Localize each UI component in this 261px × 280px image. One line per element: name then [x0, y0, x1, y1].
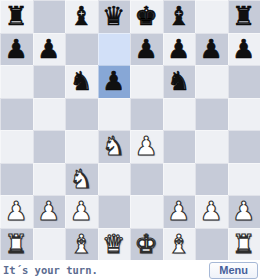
turn-status-text: It´s your turn. — [3, 264, 98, 276]
black-pawn: ♟ — [200, 33, 223, 65]
square-c6[interactable]: ♞ — [65, 65, 98, 98]
square-e3[interactable] — [130, 163, 163, 196]
square-c7[interactable] — [65, 33, 98, 66]
black-bishop: ♝ — [167, 0, 190, 32]
square-g6[interactable] — [195, 65, 228, 98]
black-pawn: ♟ — [5, 33, 28, 65]
square-h7[interactable]: ♟ — [228, 33, 261, 66]
square-f2[interactable]: ♟ — [163, 195, 196, 228]
square-g7[interactable]: ♟ — [195, 33, 228, 66]
square-c5[interactable] — [65, 98, 98, 131]
square-b5[interactable] — [33, 98, 66, 131]
black-pawn: ♟ — [102, 65, 125, 97]
square-g4[interactable] — [195, 130, 228, 163]
square-a4[interactable] — [0, 130, 33, 163]
square-d8[interactable]: ♛ — [98, 0, 131, 33]
black-queen: ♛ — [102, 0, 125, 32]
white-queen: ♛ — [102, 228, 125, 260]
black-rook: ♜ — [5, 0, 28, 32]
black-rook: ♜ — [232, 0, 255, 32]
chess-board: ♜♝♛♚♝♜♟♟♟♟♟♟♞♟♞♞♟♞♟♟♟♟♟♟♜♝♛♚♝♜ — [0, 0, 260, 260]
square-d2[interactable] — [98, 195, 131, 228]
square-h2[interactable]: ♟ — [228, 195, 261, 228]
square-c2[interactable]: ♟ — [65, 195, 98, 228]
square-g3[interactable] — [195, 163, 228, 196]
square-f4[interactable] — [163, 130, 196, 163]
square-e1[interactable]: ♚ — [130, 228, 163, 261]
white-pawn: ♟ — [167, 195, 190, 227]
square-b6[interactable] — [33, 65, 66, 98]
white-pawn: ♟ — [135, 130, 158, 162]
square-b3[interactable] — [33, 163, 66, 196]
square-h8[interactable]: ♜ — [228, 0, 261, 33]
square-h1[interactable]: ♜ — [228, 228, 261, 261]
black-pawn: ♟ — [232, 33, 255, 65]
white-bishop: ♝ — [167, 228, 190, 260]
square-h3[interactable] — [228, 163, 261, 196]
square-d3[interactable] — [98, 163, 131, 196]
square-b7[interactable]: ♟ — [33, 33, 66, 66]
white-knight: ♞ — [70, 163, 93, 195]
square-h5[interactable] — [228, 98, 261, 131]
square-a3[interactable] — [0, 163, 33, 196]
square-b8[interactable] — [33, 0, 66, 33]
square-g2[interactable]: ♟ — [195, 195, 228, 228]
menu-button[interactable]: Menu — [209, 262, 258, 279]
square-c3[interactable]: ♞ — [65, 163, 98, 196]
square-f1[interactable]: ♝ — [163, 228, 196, 261]
white-king: ♚ — [135, 228, 158, 260]
black-king: ♚ — [135, 0, 158, 32]
square-c1[interactable]: ♝ — [65, 228, 98, 261]
square-b4[interactable] — [33, 130, 66, 163]
white-bishop: ♝ — [70, 228, 93, 260]
chess-app: ♜♝♛♚♝♜♟♟♟♟♟♟♞♟♞♞♟♞♟♟♟♟♟♟♜♝♛♚♝♜ It´s your… — [0, 0, 260, 280]
square-g8[interactable] — [195, 0, 228, 33]
white-pawn: ♟ — [232, 195, 255, 227]
square-e2[interactable] — [130, 195, 163, 228]
square-e8[interactable]: ♚ — [130, 0, 163, 33]
black-pawn: ♟ — [167, 33, 190, 65]
square-d5[interactable] — [98, 98, 131, 131]
square-d4[interactable]: ♞ — [98, 130, 131, 163]
black-bishop: ♝ — [70, 0, 93, 32]
square-f7[interactable]: ♟ — [163, 33, 196, 66]
square-h4[interactable] — [228, 130, 261, 163]
white-rook: ♜ — [232, 228, 255, 260]
square-e7[interactable]: ♟ — [130, 33, 163, 66]
white-pawn: ♟ — [200, 195, 223, 227]
square-b1[interactable] — [33, 228, 66, 261]
square-g5[interactable] — [195, 98, 228, 131]
square-f8[interactable]: ♝ — [163, 0, 196, 33]
white-pawn: ♟ — [5, 195, 28, 227]
status-bar: It´s your turn. Menu — [0, 260, 260, 280]
white-pawn: ♟ — [70, 195, 93, 227]
square-f5[interactable] — [163, 98, 196, 131]
square-a6[interactable] — [0, 65, 33, 98]
square-g1[interactable] — [195, 228, 228, 261]
black-pawn: ♟ — [37, 33, 60, 65]
square-b2[interactable]: ♟ — [33, 195, 66, 228]
square-e4[interactable]: ♟ — [130, 130, 163, 163]
black-pawn: ♟ — [135, 33, 158, 65]
square-e5[interactable] — [130, 98, 163, 131]
square-f6[interactable]: ♞ — [163, 65, 196, 98]
square-a1[interactable]: ♜ — [0, 228, 33, 261]
square-c4[interactable] — [65, 130, 98, 163]
square-h6[interactable] — [228, 65, 261, 98]
white-rook: ♜ — [5, 228, 28, 260]
black-knight: ♞ — [167, 65, 190, 97]
square-d1[interactable]: ♛ — [98, 228, 131, 261]
square-f3[interactable] — [163, 163, 196, 196]
white-knight: ♞ — [102, 130, 125, 162]
square-a5[interactable] — [0, 98, 33, 131]
square-e6[interactable] — [130, 65, 163, 98]
square-a8[interactable]: ♜ — [0, 0, 33, 33]
square-a2[interactable]: ♟ — [0, 195, 33, 228]
white-pawn: ♟ — [37, 195, 60, 227]
black-knight: ♞ — [70, 65, 93, 97]
square-a7[interactable]: ♟ — [0, 33, 33, 66]
square-d6[interactable]: ♟ — [98, 65, 131, 98]
square-c8[interactable]: ♝ — [65, 0, 98, 33]
square-d7[interactable] — [98, 33, 131, 66]
